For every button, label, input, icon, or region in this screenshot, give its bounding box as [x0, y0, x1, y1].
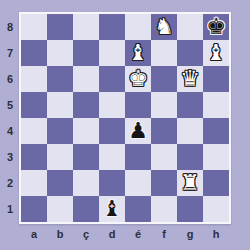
file-labels: abçdéfgh [21, 228, 229, 240]
square-d1[interactable]: ♝ [99, 196, 125, 222]
square-a1[interactable] [21, 196, 47, 222]
file-label-b: b [47, 228, 73, 240]
square-f8[interactable]: ♞ [151, 14, 177, 40]
square-d8[interactable] [99, 14, 125, 40]
rank-label-8: 8 [0, 14, 16, 40]
square-b1[interactable] [47, 196, 73, 222]
square-a7[interactable] [21, 40, 47, 66]
square-c3[interactable] [73, 144, 99, 170]
rank-label-3: 3 [0, 144, 16, 170]
white-bishop[interactable]: ♝ [203, 40, 229, 66]
square-e1[interactable] [125, 196, 151, 222]
file-label-e: é [125, 228, 151, 240]
square-f7[interactable] [151, 40, 177, 66]
square-f3[interactable] [151, 144, 177, 170]
chess-board-app: 87654321 ♞♚♝♝♚♛♟♜♝ abçdéfgh [0, 0, 250, 250]
file-label-h: h [203, 228, 229, 240]
square-a2[interactable] [21, 170, 47, 196]
square-e5[interactable] [125, 92, 151, 118]
chess-board: ♞♚♝♝♚♛♟♜♝ [19, 12, 231, 224]
square-b7[interactable] [47, 40, 73, 66]
square-f4[interactable] [151, 118, 177, 144]
square-f2[interactable] [151, 170, 177, 196]
square-g7[interactable] [177, 40, 203, 66]
square-d4[interactable] [99, 118, 125, 144]
file-label-g: g [177, 228, 203, 240]
square-d3[interactable] [99, 144, 125, 170]
white-rook[interactable]: ♜ [177, 170, 203, 196]
rank-label-6: 6 [0, 66, 16, 92]
file-label-c: ç [73, 228, 99, 240]
square-d2[interactable] [99, 170, 125, 196]
square-b6[interactable] [47, 66, 73, 92]
square-e7[interactable]: ♝ [125, 40, 151, 66]
rank-label-7: 7 [0, 40, 16, 66]
square-b8[interactable] [47, 14, 73, 40]
board-grid: ♞♚♝♝♚♛♟♜♝ [21, 14, 229, 222]
square-a6[interactable] [21, 66, 47, 92]
square-a4[interactable] [21, 118, 47, 144]
square-h3[interactable] [203, 144, 229, 170]
square-d5[interactable] [99, 92, 125, 118]
square-e4[interactable]: ♟ [125, 118, 151, 144]
white-queen[interactable]: ♛ [177, 66, 203, 92]
rank-label-2: 2 [0, 170, 16, 196]
file-label-d: d [99, 228, 125, 240]
square-h1[interactable] [203, 196, 229, 222]
rank-label-5: 5 [0, 92, 16, 118]
square-h6[interactable] [203, 66, 229, 92]
square-c5[interactable] [73, 92, 99, 118]
square-f5[interactable] [151, 92, 177, 118]
square-a5[interactable] [21, 92, 47, 118]
white-bishop[interactable]: ♝ [125, 40, 151, 66]
square-b5[interactable] [47, 92, 73, 118]
square-e8[interactable] [125, 14, 151, 40]
square-g4[interactable] [177, 118, 203, 144]
square-c6[interactable] [73, 66, 99, 92]
rank-label-4: 4 [0, 118, 16, 144]
file-label-f: f [151, 228, 177, 240]
square-g3[interactable] [177, 144, 203, 170]
square-g6[interactable]: ♛ [177, 66, 203, 92]
file-label-a: a [21, 228, 47, 240]
square-e3[interactable] [125, 144, 151, 170]
white-king[interactable]: ♚ [125, 66, 151, 92]
square-e6[interactable]: ♚ [125, 66, 151, 92]
square-e2[interactable] [125, 170, 151, 196]
square-g5[interactable] [177, 92, 203, 118]
square-a8[interactable] [21, 14, 47, 40]
square-g8[interactable] [177, 14, 203, 40]
square-d6[interactable] [99, 66, 125, 92]
rank-label-1: 1 [0, 196, 16, 222]
black-bishop[interactable]: ♝ [99, 196, 125, 222]
black-king[interactable]: ♚ [203, 14, 229, 40]
square-c1[interactable] [73, 196, 99, 222]
rank-labels: 87654321 [0, 14, 16, 222]
square-h4[interactable] [203, 118, 229, 144]
square-h7[interactable]: ♝ [203, 40, 229, 66]
square-h5[interactable] [203, 92, 229, 118]
square-f1[interactable] [151, 196, 177, 222]
square-d7[interactable] [99, 40, 125, 66]
square-c7[interactable] [73, 40, 99, 66]
square-b4[interactable] [47, 118, 73, 144]
square-c2[interactable] [73, 170, 99, 196]
square-b2[interactable] [47, 170, 73, 196]
square-c8[interactable] [73, 14, 99, 40]
black-pawn[interactable]: ♟ [125, 118, 151, 144]
white-knight[interactable]: ♞ [151, 14, 177, 40]
square-g1[interactable] [177, 196, 203, 222]
square-h2[interactable] [203, 170, 229, 196]
square-g2[interactable]: ♜ [177, 170, 203, 196]
square-b3[interactable] [47, 144, 73, 170]
square-h8[interactable]: ♚ [203, 14, 229, 40]
square-c4[interactable] [73, 118, 99, 144]
square-a3[interactable] [21, 144, 47, 170]
square-f6[interactable] [151, 66, 177, 92]
